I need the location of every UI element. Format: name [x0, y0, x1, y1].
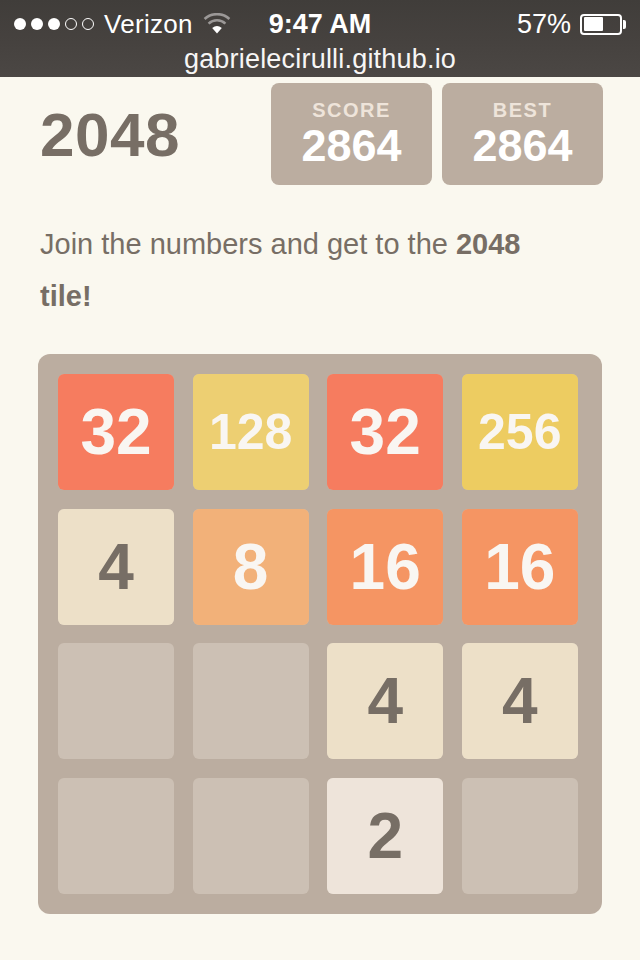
screen: Verizon 9:47 AM 57% gabrielecirulli.gith… — [0, 0, 640, 960]
tile-16: 16 — [462, 509, 578, 625]
tile-128: 128 — [193, 374, 309, 490]
cell-r4c4 — [462, 778, 578, 894]
url-bar[interactable]: gabrielecirulli.github.io — [0, 42, 640, 77]
score-box: SCORE 2864 — [271, 83, 432, 185]
tile-8: 8 — [193, 509, 309, 625]
tile-4: 4 — [327, 643, 443, 759]
tile-32: 32 — [327, 374, 443, 490]
cell-r1c1: 32 — [58, 374, 174, 490]
cell-r2c2: 8 — [193, 509, 309, 625]
signal-dot — [82, 18, 94, 30]
tile-32: 32 — [58, 374, 174, 490]
tile-2: 2 — [327, 778, 443, 894]
best-value: 2864 — [472, 120, 572, 172]
status-bar: Verizon 9:47 AM 57% — [0, 0, 640, 42]
battery-percent-label: 57% — [517, 9, 571, 40]
tile-4: 4 — [462, 643, 578, 759]
best-box: BEST 2864 — [442, 83, 603, 185]
best-label: BEST — [493, 100, 552, 120]
tile-grid: 3212832256481616442 — [58, 374, 582, 894]
cell-r2c3: 16 — [327, 509, 443, 625]
signal-dot — [65, 18, 77, 30]
intro-regular: Join the numbers and get to the — [40, 228, 456, 260]
signal-dot — [48, 18, 60, 30]
cell-r4c3: 2 — [327, 778, 443, 894]
cell-r3c3: 4 — [327, 643, 443, 759]
signal-dot — [14, 18, 26, 30]
cell-r4c1 — [58, 778, 174, 894]
ios-chrome: Verizon 9:47 AM 57% gabrielecirulli.gith… — [0, 0, 640, 77]
tile-16: 16 — [327, 509, 443, 625]
score-value: 2864 — [301, 120, 401, 172]
intro-bold-2048: 2048 — [456, 228, 521, 260]
page-title: 2048 — [40, 99, 180, 170]
score-label: SCORE — [312, 100, 391, 120]
intro-bold-tile: tile! — [40, 280, 92, 312]
battery-icon — [580, 14, 626, 35]
cell-r3c4: 4 — [462, 643, 578, 759]
intro-text: Join the numbers and get to the 2048tile… — [40, 218, 615, 322]
cell-r3c2 — [193, 643, 309, 759]
cell-r2c4: 16 — [462, 509, 578, 625]
cell-r2c1: 4 — [58, 509, 174, 625]
game-header: 2048 SCORE 2864 BEST 2864 — [40, 83, 603, 185]
carrier-label: Verizon — [104, 9, 193, 40]
tile-256: 256 — [462, 374, 578, 490]
game-board[interactable]: 3212832256481616442 — [38, 354, 602, 914]
cell-r1c4: 256 — [462, 374, 578, 490]
cell-r4c2 — [193, 778, 309, 894]
cell-r3c1 — [58, 643, 174, 759]
signal-dot — [31, 18, 43, 30]
cell-r1c2: 128 — [193, 374, 309, 490]
wifi-icon — [203, 13, 231, 35]
tile-4: 4 — [58, 509, 174, 625]
signal-strength-icon — [14, 18, 94, 30]
cell-r1c3: 32 — [327, 374, 443, 490]
